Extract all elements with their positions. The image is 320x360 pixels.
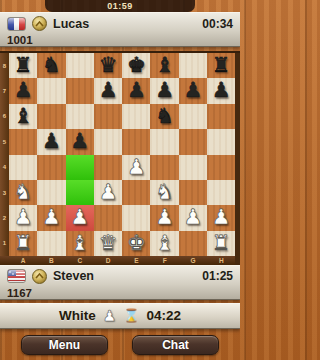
- opponent-clock: 00:34: [202, 17, 233, 31]
- opponent-panel: Lucas 00:34 1001: [0, 12, 240, 47]
- square-e1[interactable]: ♚: [122, 231, 150, 256]
- piece-white-bishop[interactable]: ♝: [66, 231, 94, 256]
- menu-button[interactable]: Menu: [21, 335, 108, 355]
- piece-white-rook[interactable]: ♜: [9, 231, 37, 256]
- square-a8[interactable]: ♜: [9, 53, 37, 78]
- piece-black-bishop[interactable]: ♝: [9, 104, 37, 129]
- square-a7[interactable]: ♟: [9, 78, 37, 103]
- piece-white-pawn[interactable]: ♟: [37, 205, 65, 230]
- square-c7[interactable]: [66, 78, 94, 103]
- piece-white-pawn[interactable]: ♟: [9, 205, 37, 230]
- square-g7[interactable]: ♟: [179, 78, 207, 103]
- piece-white-pawn[interactable]: ♟: [207, 205, 235, 230]
- file-label: C: [66, 256, 94, 265]
- square-d6[interactable]: [94, 104, 122, 129]
- square-a5[interactable]: [9, 129, 37, 154]
- square-d5[interactable]: [94, 129, 122, 154]
- player-rating: 1167: [7, 287, 32, 299]
- square-h2[interactable]: ♟: [207, 205, 235, 230]
- rank-label: 6: [0, 104, 9, 129]
- square-e5[interactable]: [122, 129, 150, 154]
- square-g3[interactable]: [179, 180, 207, 205]
- chat-button[interactable]: Chat: [132, 335, 219, 355]
- piece-black-pawn[interactable]: ♟: [94, 78, 122, 103]
- square-g2[interactable]: ♟: [179, 205, 207, 230]
- square-f6[interactable]: ♞: [150, 104, 178, 129]
- move-timer-value: 01:59: [107, 1, 133, 11]
- square-d7[interactable]: ♟: [94, 78, 122, 103]
- rank-label: 7: [0, 78, 9, 103]
- square-c5[interactable]: ♟: [66, 129, 94, 154]
- square-c4[interactable]: [66, 155, 94, 180]
- square-e2[interactable]: [122, 205, 150, 230]
- file-label: D: [94, 256, 122, 265]
- rank-chevron-icon: [32, 16, 47, 31]
- flag-france-icon: [7, 17, 26, 31]
- piece-black-knight[interactable]: ♞: [150, 104, 178, 129]
- piece-black-pawn[interactable]: ♟: [66, 129, 94, 154]
- square-a1[interactable]: ♜: [9, 231, 37, 256]
- square-e7[interactable]: ♟: [122, 78, 150, 103]
- square-a6[interactable]: ♝: [9, 104, 37, 129]
- square-b3[interactable]: [37, 180, 65, 205]
- turn-indicator-bar: White ♟ ⌛ 04:22: [0, 303, 240, 329]
- piece-black-rook[interactable]: ♜: [9, 53, 37, 78]
- file-label: E: [122, 256, 150, 265]
- square-c3[interactable]: [66, 180, 94, 205]
- rank-label: 5: [0, 129, 9, 154]
- piece-white-rook[interactable]: ♜: [207, 231, 235, 256]
- piece-black-pawn[interactable]: ♟: [207, 78, 235, 103]
- piece-black-pawn[interactable]: ♟: [9, 78, 37, 103]
- square-g5[interactable]: [179, 129, 207, 154]
- piece-white-pawn[interactable]: ♟: [122, 155, 150, 180]
- square-e4[interactable]: ♟: [122, 155, 150, 180]
- square-b6[interactable]: [37, 104, 65, 129]
- piece-white-pawn[interactable]: ♟: [94, 180, 122, 205]
- piece-black-pawn[interactable]: ♟: [150, 78, 178, 103]
- flag-usa-icon: [7, 269, 26, 283]
- file-label: A: [9, 256, 37, 265]
- square-g8[interactable]: [179, 53, 207, 78]
- square-b4[interactable]: [37, 155, 65, 180]
- square-f4[interactable]: [150, 155, 178, 180]
- rank-label: 3: [0, 180, 9, 205]
- square-c8[interactable]: [66, 53, 94, 78]
- rank-label: 4: [0, 155, 9, 180]
- rank-label: 8: [0, 53, 9, 78]
- board-corner: [0, 256, 9, 265]
- piece-black-pawn[interactable]: ♟: [37, 129, 65, 154]
- square-a3[interactable]: ♞: [9, 180, 37, 205]
- square-b7[interactable]: [37, 78, 65, 103]
- square-b2[interactable]: ♟: [37, 205, 65, 230]
- square-d1[interactable]: ♛: [94, 231, 122, 256]
- piece-white-pawn[interactable]: ♟: [179, 205, 207, 230]
- move-timer-bar: 01:59: [45, 0, 195, 12]
- piece-black-pawn[interactable]: ♟: [122, 78, 150, 103]
- file-label: F: [150, 256, 178, 265]
- square-e6[interactable]: [122, 104, 150, 129]
- opponent-rating: 1001: [7, 34, 33, 46]
- piece-black-bishop[interactable]: ♝: [150, 53, 178, 78]
- bottom-button-row: Menu Chat: [0, 335, 240, 355]
- square-c2[interactable]: ♟: [66, 205, 94, 230]
- square-f7[interactable]: ♟: [150, 78, 178, 103]
- side-to-move-label: White: [59, 308, 96, 323]
- white-pawn-icon: ♟: [103, 307, 116, 325]
- square-d8[interactable]: ♛: [94, 53, 122, 78]
- square-c1[interactable]: ♝: [66, 231, 94, 256]
- square-e3[interactable]: [122, 180, 150, 205]
- piece-black-knight[interactable]: ♞: [37, 53, 65, 78]
- file-label: H: [207, 256, 235, 265]
- square-f8[interactable]: ♝: [150, 53, 178, 78]
- file-label: B: [37, 256, 65, 265]
- rank-chevron-icon: [32, 269, 47, 284]
- hourglass-icon: ⌛: [123, 308, 139, 323]
- piece-white-pawn[interactable]: ♟: [150, 205, 178, 230]
- chess-board: 8♜♞♛♚♝♜7♟♟♟♟♟♟6♝♞5♟♟4♟3♞♟♞2♟♟♟♟♟♟1♜♝♛♚♝♜…: [0, 51, 240, 265]
- piece-black-king[interactable]: ♚: [122, 53, 150, 78]
- square-h4[interactable]: [207, 155, 235, 180]
- square-g6[interactable]: [179, 104, 207, 129]
- square-d4[interactable]: [94, 155, 122, 180]
- square-h3[interactable]: [207, 180, 235, 205]
- square-b1[interactable]: [37, 231, 65, 256]
- piece-white-bishop[interactable]: ♝: [150, 231, 178, 256]
- square-a2[interactable]: ♟: [9, 205, 37, 230]
- piece-black-queen[interactable]: ♛: [94, 53, 122, 78]
- square-f1[interactable]: ♝: [150, 231, 178, 256]
- player-clock: 01:25: [202, 269, 233, 283]
- square-f5[interactable]: [150, 129, 178, 154]
- file-label: G: [179, 256, 207, 265]
- square-f3[interactable]: ♞: [150, 180, 178, 205]
- square-b5[interactable]: ♟: [37, 129, 65, 154]
- square-d2[interactable]: [94, 205, 122, 230]
- square-g1[interactable]: [179, 231, 207, 256]
- piece-white-king[interactable]: ♚: [122, 231, 150, 256]
- rank-label: 1: [0, 231, 9, 256]
- square-d3[interactable]: ♟: [94, 180, 122, 205]
- piece-white-queen[interactable]: ♛: [94, 231, 122, 256]
- square-h6[interactable]: [207, 104, 235, 129]
- piece-white-pawn[interactable]: ♟: [66, 205, 94, 230]
- player-panel: Steven 01:25 1167: [0, 265, 240, 300]
- rank-label: 2: [0, 205, 9, 230]
- game-time: 04:22: [146, 308, 181, 323]
- piece-black-rook[interactable]: ♜: [207, 53, 235, 78]
- square-b8[interactable]: ♞: [37, 53, 65, 78]
- square-g4[interactable]: [179, 155, 207, 180]
- square-a4[interactable]: [9, 155, 37, 180]
- player-name: Steven: [53, 269, 94, 283]
- square-h1[interactable]: ♜: [207, 231, 235, 256]
- square-e8[interactable]: ♚: [122, 53, 150, 78]
- opponent-name: Lucas: [53, 17, 89, 31]
- piece-white-knight[interactable]: ♞: [9, 180, 37, 205]
- square-h5[interactable]: [207, 129, 235, 154]
- square-c6[interactable]: [66, 104, 94, 129]
- square-f2[interactable]: ♟: [150, 205, 178, 230]
- piece-black-pawn[interactable]: ♟: [179, 78, 207, 103]
- square-h8[interactable]: ♜: [207, 53, 235, 78]
- square-h7[interactable]: ♟: [207, 78, 235, 103]
- piece-white-knight[interactable]: ♞: [150, 180, 178, 205]
